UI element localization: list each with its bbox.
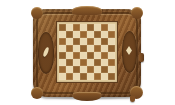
board-square[interactable]	[94, 24, 101, 31]
board-square[interactable]	[87, 45, 94, 52]
board-square[interactable]	[66, 24, 73, 31]
chessboard-border	[57, 22, 117, 82]
board-square[interactable]	[73, 31, 80, 38]
board-square[interactable]	[94, 66, 101, 73]
board-square[interactable]	[73, 73, 80, 80]
board-square[interactable]	[87, 24, 94, 31]
diamond-inlay-icon	[126, 46, 132, 55]
board-square[interactable]	[66, 31, 73, 38]
board-square[interactable]	[94, 45, 101, 52]
crescent-inlay-icon	[43, 47, 50, 58]
board-square[interactable]	[94, 31, 101, 38]
board-square[interactable]	[87, 31, 94, 38]
board-square[interactable]	[94, 52, 101, 59]
board-square[interactable]	[73, 52, 80, 59]
board-square[interactable]	[108, 24, 115, 31]
board-square[interactable]	[59, 66, 66, 73]
board-square[interactable]	[73, 45, 80, 52]
board-square[interactable]	[94, 73, 101, 80]
carved-corner-top-right	[131, 7, 143, 19]
product-photo	[0, 0, 175, 105]
board-square[interactable]	[59, 52, 66, 59]
board-square[interactable]	[87, 59, 94, 66]
board-square[interactable]	[73, 24, 80, 31]
board-square[interactable]	[80, 45, 87, 52]
board-square[interactable]	[66, 59, 73, 66]
board-square[interactable]	[66, 66, 73, 73]
board-square[interactable]	[80, 24, 87, 31]
board-square[interactable]	[73, 38, 80, 45]
board-square[interactable]	[94, 59, 101, 66]
carving-top-crest	[72, 6, 102, 15]
board-square[interactable]	[87, 38, 94, 45]
board-square[interactable]	[66, 45, 73, 52]
case-clasp	[139, 53, 144, 62]
board-square[interactable]	[59, 24, 66, 31]
board-square[interactable]	[87, 66, 94, 73]
board-square[interactable]	[80, 59, 87, 66]
left-medallion-carving	[38, 32, 54, 74]
carving-bottom-crest	[73, 92, 101, 101]
board-square[interactable]	[80, 31, 87, 38]
board-square[interactable]	[101, 52, 108, 59]
board-square[interactable]	[94, 38, 101, 45]
board-square[interactable]	[101, 73, 108, 80]
board-square[interactable]	[108, 45, 115, 52]
board-square[interactable]	[101, 24, 108, 31]
chess-case	[33, 9, 141, 97]
board-square[interactable]	[59, 38, 66, 45]
board-square[interactable]	[108, 59, 115, 66]
board-square[interactable]	[66, 38, 73, 45]
case-latch-hook	[130, 96, 135, 102]
board-square[interactable]	[87, 73, 94, 80]
board-square[interactable]	[73, 66, 80, 73]
board-square[interactable]	[59, 45, 66, 52]
board-square[interactable]	[101, 31, 108, 38]
board-square[interactable]	[108, 31, 115, 38]
board-square[interactable]	[108, 66, 115, 73]
right-medallion-carving	[122, 31, 137, 73]
board-square[interactable]	[101, 66, 108, 73]
board-square[interactable]	[108, 73, 115, 80]
board-square[interactable]	[59, 73, 66, 80]
faint-coordinate-marks	[59, 83, 115, 86]
board-square[interactable]	[80, 66, 87, 73]
board-square[interactable]	[101, 59, 108, 66]
board-square[interactable]	[80, 73, 87, 80]
board-square[interactable]	[80, 52, 87, 59]
board-square[interactable]	[80, 38, 87, 45]
board-square[interactable]	[87, 52, 94, 59]
board-square[interactable]	[59, 59, 66, 66]
board-square[interactable]	[108, 52, 115, 59]
chessboard-grid	[59, 24, 115, 80]
board-square[interactable]	[66, 73, 73, 80]
board-square[interactable]	[101, 45, 108, 52]
board-square[interactable]	[66, 52, 73, 59]
board-square[interactable]	[108, 38, 115, 45]
carved-corner-top-left	[31, 7, 43, 19]
board-square[interactable]	[101, 38, 108, 45]
board-square[interactable]	[73, 59, 80, 66]
carved-corner-bottom-left	[31, 87, 43, 99]
board-square[interactable]	[59, 31, 66, 38]
